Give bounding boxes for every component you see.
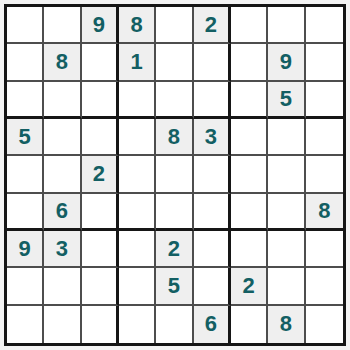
sudoku-board: 98281955832689325268 xyxy=(4,4,346,346)
cell-r5c1[interactable] xyxy=(7,156,44,193)
cell-r6c1[interactable] xyxy=(7,194,44,231)
cell-r4c5[interactable]: 8 xyxy=(156,119,193,156)
cell-r5c3[interactable]: 2 xyxy=(82,156,119,193)
cell-r8c7[interactable]: 2 xyxy=(231,268,268,305)
cell-r9c2[interactable] xyxy=(44,306,81,343)
cell-r7c3[interactable] xyxy=(82,231,119,268)
cell-r3c7[interactable] xyxy=(231,82,268,119)
cell-r7c6[interactable] xyxy=(194,231,231,268)
cell-r6c7[interactable] xyxy=(231,194,268,231)
cell-r2c5[interactable] xyxy=(156,44,193,81)
cell-r1c3[interactable]: 9 xyxy=(82,7,119,44)
cell-r1c4[interactable]: 8 xyxy=(119,7,156,44)
cell-r4c4[interactable] xyxy=(119,119,156,156)
cell-r8c3[interactable] xyxy=(82,268,119,305)
cell-r2c2[interactable]: 8 xyxy=(44,44,81,81)
cell-r3c6[interactable] xyxy=(194,82,231,119)
cell-r3c1[interactable] xyxy=(7,82,44,119)
cell-r4c2[interactable] xyxy=(44,119,81,156)
cell-r8c6[interactable] xyxy=(194,268,231,305)
cell-r6c8[interactable] xyxy=(268,194,305,231)
cell-r3c5[interactable] xyxy=(156,82,193,119)
cell-r9c9[interactable] xyxy=(306,306,343,343)
cell-r1c5[interactable] xyxy=(156,7,193,44)
cell-r6c3[interactable] xyxy=(82,194,119,231)
cell-r1c7[interactable] xyxy=(231,7,268,44)
cell-r1c9[interactable] xyxy=(306,7,343,44)
cell-r6c2[interactable]: 6 xyxy=(44,194,81,231)
cell-r4c7[interactable] xyxy=(231,119,268,156)
cell-r3c8[interactable]: 5 xyxy=(268,82,305,119)
cell-r7c4[interactable] xyxy=(119,231,156,268)
cell-r7c7[interactable] xyxy=(231,231,268,268)
cell-r8c8[interactable] xyxy=(268,268,305,305)
cell-r7c1[interactable]: 9 xyxy=(7,231,44,268)
cell-r2c6[interactable] xyxy=(194,44,231,81)
cell-r7c2[interactable]: 3 xyxy=(44,231,81,268)
cell-r9c8[interactable]: 8 xyxy=(268,306,305,343)
cell-r3c2[interactable] xyxy=(44,82,81,119)
cell-r2c7[interactable] xyxy=(231,44,268,81)
cell-r9c1[interactable] xyxy=(7,306,44,343)
cell-r1c6[interactable]: 2 xyxy=(194,7,231,44)
cell-r8c4[interactable] xyxy=(119,268,156,305)
cell-r9c5[interactable] xyxy=(156,306,193,343)
cell-r6c5[interactable] xyxy=(156,194,193,231)
cell-r7c8[interactable] xyxy=(268,231,305,268)
cell-r8c5[interactable]: 5 xyxy=(156,268,193,305)
cell-r7c9[interactable] xyxy=(306,231,343,268)
cell-r3c3[interactable] xyxy=(82,82,119,119)
cell-r2c8[interactable]: 9 xyxy=(268,44,305,81)
cell-r1c2[interactable] xyxy=(44,7,81,44)
cell-r4c1[interactable]: 5 xyxy=(7,119,44,156)
cell-r5c6[interactable] xyxy=(194,156,231,193)
cell-r1c8[interactable] xyxy=(268,7,305,44)
cell-r8c9[interactable] xyxy=(306,268,343,305)
cell-r9c4[interactable] xyxy=(119,306,156,343)
cell-r3c9[interactable] xyxy=(306,82,343,119)
cell-r7c5[interactable]: 2 xyxy=(156,231,193,268)
cell-r5c2[interactable] xyxy=(44,156,81,193)
cell-r2c1[interactable] xyxy=(7,44,44,81)
cell-r4c3[interactable] xyxy=(82,119,119,156)
cell-r3c4[interactable] xyxy=(119,82,156,119)
cell-r9c3[interactable] xyxy=(82,306,119,343)
sudoku-page: 98281955832689325268 xyxy=(0,0,350,350)
cell-r8c1[interactable] xyxy=(7,268,44,305)
cell-r5c8[interactable] xyxy=(268,156,305,193)
cell-r6c9[interactable]: 8 xyxy=(306,194,343,231)
cell-r1c1[interactable] xyxy=(7,7,44,44)
cell-r4c8[interactable] xyxy=(268,119,305,156)
cell-r2c9[interactable] xyxy=(306,44,343,81)
cell-r2c3[interactable] xyxy=(82,44,119,81)
cell-r5c5[interactable] xyxy=(156,156,193,193)
cell-r4c6[interactable]: 3 xyxy=(194,119,231,156)
cell-r9c7[interactable] xyxy=(231,306,268,343)
cell-r2c4[interactable]: 1 xyxy=(119,44,156,81)
cell-r5c9[interactable] xyxy=(306,156,343,193)
cell-r6c4[interactable] xyxy=(119,194,156,231)
cell-r9c6[interactable]: 6 xyxy=(194,306,231,343)
cell-r6c6[interactable] xyxy=(194,194,231,231)
cell-r4c9[interactable] xyxy=(306,119,343,156)
cell-r5c4[interactable] xyxy=(119,156,156,193)
cell-r8c2[interactable] xyxy=(44,268,81,305)
cell-r5c7[interactable] xyxy=(231,156,268,193)
